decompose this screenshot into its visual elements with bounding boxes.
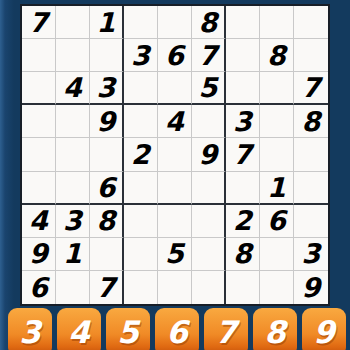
sudoku-cell-r7c7[interactable]: 2 bbox=[226, 205, 260, 238]
sudoku-cell-r9c3[interactable]: 7 bbox=[90, 271, 124, 304]
sudoku-cell-r7c1[interactable]: 4 bbox=[22, 205, 56, 238]
sudoku-cell-r5c8[interactable] bbox=[260, 138, 294, 171]
sudoku-cell-r8c6[interactable] bbox=[192, 238, 226, 271]
sudoku-cell-r3c9[interactable]: 7 bbox=[294, 72, 328, 105]
sudoku-cell-r1c4[interactable] bbox=[124, 6, 158, 39]
sudoku-cell-r1c1[interactable]: 7 bbox=[22, 6, 56, 39]
sudoku-cell-r7c5[interactable] bbox=[158, 205, 192, 238]
sudoku-cell-r1c7[interactable] bbox=[226, 6, 260, 39]
sudoku-cell-r8c3[interactable] bbox=[90, 238, 124, 271]
sudoku-cell-r6c5[interactable] bbox=[158, 172, 192, 205]
sudoku-cell-r4c5[interactable]: 4 bbox=[158, 105, 192, 138]
sudoku-cell-r5c2[interactable] bbox=[56, 138, 90, 171]
sudoku-cell-r7c3[interactable]: 8 bbox=[90, 205, 124, 238]
number-tile-5[interactable]: 5 bbox=[106, 308, 150, 350]
sudoku-board: 718367843579438297614382691583679 bbox=[20, 4, 330, 306]
number-tile-4[interactable]: 4 bbox=[57, 308, 101, 350]
sudoku-cell-r9c7[interactable] bbox=[226, 271, 260, 304]
sudoku-cell-r2c8[interactable]: 8 bbox=[260, 39, 294, 72]
sudoku-cell-r2c6[interactable]: 7 bbox=[192, 39, 226, 72]
sudoku-cell-r8c1[interactable]: 9 bbox=[22, 238, 56, 271]
sudoku-cell-r9c1[interactable]: 6 bbox=[22, 271, 56, 304]
sudoku-cell-r7c4[interactable] bbox=[124, 205, 158, 238]
sudoku-cell-r6c7[interactable] bbox=[226, 172, 260, 205]
sudoku-cell-r5c6[interactable]: 9 bbox=[192, 138, 226, 171]
sudoku-cell-r5c7[interactable]: 7 bbox=[226, 138, 260, 171]
sudoku-cell-r3c3[interactable]: 3 bbox=[90, 72, 124, 105]
number-tile-7[interactable]: 7 bbox=[204, 308, 248, 350]
sudoku-cell-r4c6[interactable] bbox=[192, 105, 226, 138]
sudoku-cell-r7c8[interactable]: 6 bbox=[260, 205, 294, 238]
sudoku-cell-r6c6[interactable] bbox=[192, 172, 226, 205]
sudoku-cell-r3c2[interactable]: 4 bbox=[56, 72, 90, 105]
sudoku-cell-r6c9[interactable] bbox=[294, 172, 328, 205]
sudoku-cell-r1c9[interactable] bbox=[294, 6, 328, 39]
sudoku-cell-r8c5[interactable]: 5 bbox=[158, 238, 192, 271]
sudoku-cell-r5c5[interactable] bbox=[158, 138, 192, 171]
sudoku-cell-r9c4[interactable] bbox=[124, 271, 158, 304]
sudoku-cell-r6c1[interactable] bbox=[22, 172, 56, 205]
sudoku-cell-r3c5[interactable] bbox=[158, 72, 192, 105]
sudoku-cell-r3c8[interactable] bbox=[260, 72, 294, 105]
sudoku-cell-r8c9[interactable]: 3 bbox=[294, 238, 328, 271]
sudoku-cell-r3c6[interactable]: 5 bbox=[192, 72, 226, 105]
sudoku-cell-r2c7[interactable] bbox=[226, 39, 260, 72]
sudoku-cell-r8c7[interactable]: 8 bbox=[226, 238, 260, 271]
sudoku-cell-r1c8[interactable] bbox=[260, 6, 294, 39]
sudoku-cell-r8c2[interactable]: 1 bbox=[56, 238, 90, 271]
sudoku-cell-r3c7[interactable] bbox=[226, 72, 260, 105]
sudoku-cell-r5c3[interactable] bbox=[90, 138, 124, 171]
sudoku-cell-r6c8[interactable]: 1 bbox=[260, 172, 294, 205]
sudoku-cell-r2c4[interactable]: 3 bbox=[124, 39, 158, 72]
sudoku-cell-r1c2[interactable] bbox=[56, 6, 90, 39]
sudoku-cell-r6c3[interactable]: 6 bbox=[90, 172, 124, 205]
sudoku-cell-r5c9[interactable] bbox=[294, 138, 328, 171]
sudoku-cell-r9c8[interactable] bbox=[260, 271, 294, 304]
sudoku-cell-r4c7[interactable]: 3 bbox=[226, 105, 260, 138]
number-tray: 3456789 bbox=[8, 308, 346, 350]
sudoku-cell-r2c3[interactable] bbox=[90, 39, 124, 72]
sudoku-cell-r9c6[interactable] bbox=[192, 271, 226, 304]
sudoku-cell-r7c2[interactable]: 3 bbox=[56, 205, 90, 238]
sudoku-cell-r5c1[interactable] bbox=[22, 138, 56, 171]
sudoku-cell-r8c4[interactable] bbox=[124, 238, 158, 271]
sudoku-cell-r6c2[interactable] bbox=[56, 172, 90, 205]
sudoku-cell-r2c9[interactable] bbox=[294, 39, 328, 72]
sudoku-cell-r9c2[interactable] bbox=[56, 271, 90, 304]
sudoku-cell-r1c6[interactable]: 8 bbox=[192, 6, 226, 39]
sudoku-cell-r1c5[interactable] bbox=[158, 6, 192, 39]
sudoku-cell-r5c4[interactable]: 2 bbox=[124, 138, 158, 171]
sudoku-cell-r9c5[interactable] bbox=[158, 271, 192, 304]
sudoku-cell-r4c9[interactable]: 8 bbox=[294, 105, 328, 138]
sudoku-cell-r3c4[interactable] bbox=[124, 72, 158, 105]
number-tile-8[interactable]: 8 bbox=[253, 308, 297, 350]
sudoku-cell-r4c3[interactable]: 9 bbox=[90, 105, 124, 138]
sudoku-cell-r6c4[interactable] bbox=[124, 172, 158, 205]
sudoku-cell-r1c3[interactable]: 1 bbox=[90, 6, 124, 39]
sudoku-cell-r8c8[interactable] bbox=[260, 238, 294, 271]
sudoku-cell-r7c9[interactable] bbox=[294, 205, 328, 238]
sudoku-cell-r2c5[interactable]: 6 bbox=[158, 39, 192, 72]
number-tile-9[interactable]: 9 bbox=[302, 308, 346, 350]
sudoku-cell-r4c4[interactable] bbox=[124, 105, 158, 138]
number-tile-3[interactable]: 3 bbox=[8, 308, 52, 350]
sudoku-cell-r2c2[interactable] bbox=[56, 39, 90, 72]
sudoku-cell-r7c6[interactable] bbox=[192, 205, 226, 238]
sudoku-cell-r4c2[interactable] bbox=[56, 105, 90, 138]
sudoku-cell-r4c1[interactable] bbox=[22, 105, 56, 138]
sudoku-cell-r2c1[interactable] bbox=[22, 39, 56, 72]
sudoku-cell-r4c8[interactable] bbox=[260, 105, 294, 138]
number-tile-6[interactable]: 6 bbox=[155, 308, 199, 350]
sudoku-cell-r9c9[interactable]: 9 bbox=[294, 271, 328, 304]
sudoku-cell-r3c1[interactable] bbox=[22, 72, 56, 105]
